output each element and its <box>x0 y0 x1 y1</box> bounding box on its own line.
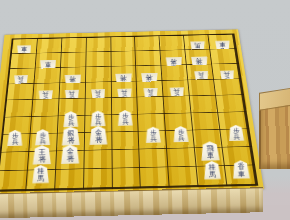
piece-kanji: 歩 <box>40 132 46 138</box>
shogi-piece-1三歩[interactable]: 歩兵 <box>219 71 234 86</box>
shogi-piece-8四歩[interactable]: 歩兵 <box>39 90 54 105</box>
shogi-piece-3二金[interactable]: 金将 <box>166 57 183 74</box>
piece-kanji: 歩 <box>148 95 154 101</box>
piece-kanji: 兵 <box>174 88 180 94</box>
piece-kanji: 兵 <box>69 91 75 97</box>
piece-kanji: 兵 <box>43 91 49 97</box>
shogi-piece-4四歩[interactable]: 歩兵 <box>143 88 158 103</box>
piece-kanji: 香 <box>21 52 27 58</box>
piece-kanji: 兵 <box>198 72 204 78</box>
piece-kanji: 兵 <box>233 133 240 139</box>
shogi-piece-7四歩[interactable]: 歩兵 <box>65 90 80 105</box>
piece-kanji: 兵 <box>178 135 184 141</box>
piece-kanji: 馬 <box>209 171 216 178</box>
piece-kanji: 歩 <box>69 97 75 103</box>
komadai-front-face <box>259 104 290 169</box>
shogi-photo-scene: 香車桂馬香車飛車金将玉将歩兵銀将金将銀将歩兵歩兵歩兵歩兵歩兵歩兵歩兵歩兵歩兵歩兵… <box>0 0 290 220</box>
piece-kanji: 車 <box>238 171 245 178</box>
piece-kanji: 兵 <box>224 71 230 77</box>
piece-kanji: 歩 <box>43 97 49 103</box>
shogi-piece-6七金[interactable]: 金将 <box>89 126 107 145</box>
komadai-piece-stand <box>259 90 290 176</box>
piece-kanji: 将 <box>94 137 101 144</box>
piece-kanji: 車 <box>21 46 27 52</box>
shogi-piece-4三銀[interactable]: 銀将 <box>141 73 158 90</box>
shogi-piece-1一香[interactable]: 香車 <box>215 41 231 56</box>
piece-kanji: 兵 <box>150 135 156 141</box>
piece-kanji: 将 <box>171 58 178 65</box>
piece-kanji: 歩 <box>122 112 128 118</box>
piece-kanji: 兵 <box>12 138 18 144</box>
piece-kanji: 兵 <box>121 90 127 96</box>
shogi-piece-2二玉[interactable]: 玉将 <box>191 56 208 73</box>
piece-kanji: 将 <box>67 137 74 144</box>
board-grid[interactable]: 香車桂馬香車飛車金将玉将歩兵銀将金将銀将歩兵歩兵歩兵歩兵歩兵歩兵歩兵歩兵歩兵歩兵… <box>0 34 258 192</box>
piece-kanji: 兵 <box>68 120 74 126</box>
shogi-piece-5三金[interactable]: 金将 <box>116 73 133 90</box>
piece-kanji: 歩 <box>122 96 128 102</box>
piece-kanji: 歩 <box>177 128 183 134</box>
piece-kanji: 将 <box>146 74 153 81</box>
shogi-piece-2八飛[interactable]: 飛車 <box>201 141 220 160</box>
shogi-piece-7八金[interactable]: 金将 <box>61 145 80 164</box>
shogi-piece-7三銀[interactable]: 銀将 <box>64 74 81 91</box>
shogi-piece-5四歩[interactable]: 歩兵 <box>117 89 132 104</box>
piece-kanji: 将 <box>38 156 45 164</box>
shogi-piece-5六歩[interactable]: 歩兵 <box>117 110 132 126</box>
shogi-piece-6四歩[interactable]: 歩兵 <box>91 89 106 104</box>
shogi-piece-8八王[interactable]: 王将 <box>32 145 51 164</box>
piece-kanji: 香 <box>220 48 226 54</box>
shogi-piece-2九桂[interactable]: 桂馬 <box>203 161 221 180</box>
shogi-piece-1九香[interactable]: 香車 <box>232 160 250 179</box>
shogi-piece-7七銀[interactable]: 銀将 <box>61 127 79 146</box>
piece-kanji: 兵 <box>95 119 101 125</box>
shogi-board: 香車桂馬香車飛車金将玉将歩兵銀将金将銀将歩兵歩兵歩兵歩兵歩兵歩兵歩兵歩兵歩兵歩兵… <box>0 29 264 195</box>
piece-kanji: 歩 <box>95 113 101 119</box>
piece-kanji: 歩 <box>12 132 18 138</box>
piece-kanji: 歩 <box>224 77 230 83</box>
shogi-piece-4七歩[interactable]: 歩兵 <box>145 126 161 142</box>
piece-kanji: 馬 <box>37 175 44 182</box>
piece-kanji: 歩 <box>95 96 101 102</box>
shogi-piece-2一桂[interactable]: 桂馬 <box>190 41 205 56</box>
piece-kanji: 桂 <box>195 48 201 54</box>
piece-kanji: 車 <box>45 61 51 68</box>
piece-kanji: 歩 <box>174 94 180 100</box>
piece-kanji: 兵 <box>18 76 24 82</box>
shogi-piece-9七歩[interactable]: 歩兵 <box>8 130 24 146</box>
piece-kanji: 歩 <box>232 127 239 133</box>
shogi-piece-3七歩[interactable]: 歩兵 <box>173 126 189 142</box>
shogi-piece-3四歩[interactable]: 歩兵 <box>169 88 184 103</box>
shogi-piece-2三歩[interactable]: 歩兵 <box>194 71 209 86</box>
piece-kanji: 将 <box>69 75 76 82</box>
shogi-piece-7六歩[interactable]: 歩兵 <box>64 111 79 127</box>
shogi-piece-8七歩[interactable]: 歩兵 <box>35 129 50 145</box>
board-assembly: 香車桂馬香車飛車金将玉将歩兵銀将金将銀将歩兵歩兵歩兵歩兵歩兵歩兵歩兵歩兵歩兵歩兵… <box>0 0 290 220</box>
piece-kanji: 将 <box>66 155 73 163</box>
piece-kanji: 歩 <box>198 78 204 84</box>
piece-kanji: 兵 <box>40 138 46 144</box>
shogi-piece-8九桂[interactable]: 桂馬 <box>32 165 49 184</box>
board-top-face: 香車桂馬香車飛車金将玉将歩兵銀将金将銀将歩兵歩兵歩兵歩兵歩兵歩兵歩兵歩兵歩兵歩兵… <box>0 29 264 195</box>
piece-kanji: 兵 <box>95 90 101 96</box>
piece-kanji: 歩 <box>68 113 74 119</box>
board-front-edge <box>0 187 263 218</box>
piece-kanji: 車 <box>219 42 225 48</box>
piece-kanji: 馬 <box>195 42 201 48</box>
piece-kanji: 歩 <box>18 82 24 88</box>
piece-kanji: 将 <box>121 74 128 81</box>
shogi-piece-1七歩[interactable]: 歩兵 <box>228 125 244 141</box>
piece-kanji: 車 <box>207 152 215 160</box>
piece-kanji: 兵 <box>122 118 128 124</box>
piece-kanji: 将 <box>196 57 203 64</box>
piece-kanji: 歩 <box>150 129 156 135</box>
shogi-piece-8二飛[interactable]: 飛車 <box>40 60 57 77</box>
shogi-piece-9一香[interactable]: 香車 <box>17 45 32 60</box>
piece-kanji: 兵 <box>148 89 154 95</box>
shogi-piece-9三歩[interactable]: 歩兵 <box>14 75 28 90</box>
shogi-piece-6六歩[interactable]: 歩兵 <box>90 110 105 126</box>
